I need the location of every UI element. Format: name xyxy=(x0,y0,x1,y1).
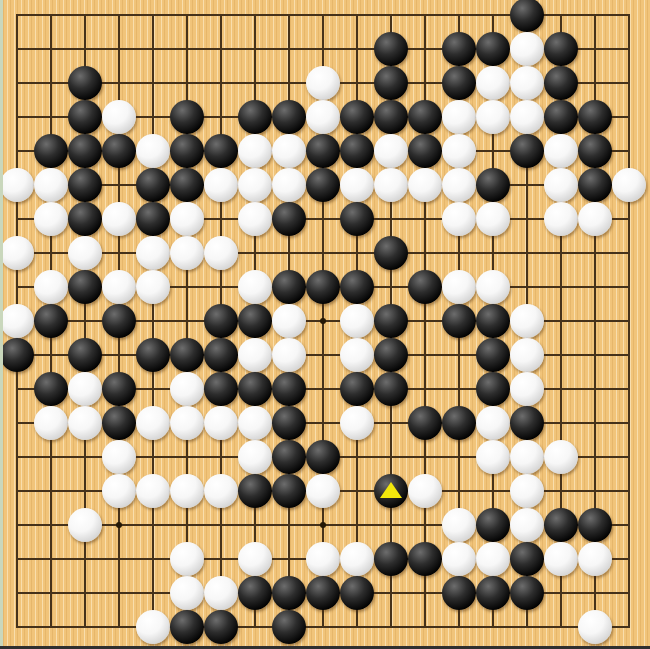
board-intersection[interactable] xyxy=(102,270,136,304)
board-intersection[interactable] xyxy=(272,202,306,236)
board-intersection[interactable] xyxy=(204,66,238,100)
board-intersection[interactable] xyxy=(102,134,136,168)
board-intersection[interactable] xyxy=(578,576,612,610)
board-intersection[interactable] xyxy=(374,134,408,168)
board-intersection[interactable] xyxy=(68,134,102,168)
board-intersection[interactable] xyxy=(204,0,238,32)
board-intersection[interactable] xyxy=(272,338,306,372)
board-intersection[interactable] xyxy=(0,0,34,32)
board-intersection[interactable] xyxy=(442,168,476,202)
board-intersection[interactable] xyxy=(408,0,442,32)
board-intersection[interactable] xyxy=(374,338,408,372)
board-intersection[interactable] xyxy=(442,406,476,440)
board-intersection[interactable] xyxy=(204,134,238,168)
board-intersection[interactable] xyxy=(476,576,510,610)
board-intersection[interactable] xyxy=(578,66,612,100)
board-intersection[interactable] xyxy=(612,542,646,576)
board-intersection[interactable] xyxy=(136,202,170,236)
board-intersection[interactable] xyxy=(0,372,34,406)
board-intersection[interactable] xyxy=(544,440,578,474)
board-intersection[interactable] xyxy=(544,134,578,168)
board-intersection[interactable] xyxy=(272,474,306,508)
board-intersection[interactable] xyxy=(34,100,68,134)
board-intersection[interactable] xyxy=(442,66,476,100)
board-intersection[interactable] xyxy=(204,270,238,304)
board-intersection[interactable] xyxy=(612,508,646,542)
board-intersection[interactable] xyxy=(272,270,306,304)
board-intersection[interactable] xyxy=(102,372,136,406)
board-intersection[interactable] xyxy=(68,542,102,576)
board-intersection[interactable] xyxy=(578,134,612,168)
board-intersection[interactable] xyxy=(136,474,170,508)
board-intersection[interactable] xyxy=(170,236,204,270)
board-intersection[interactable] xyxy=(442,474,476,508)
board-intersection[interactable] xyxy=(578,202,612,236)
board-intersection[interactable] xyxy=(306,372,340,406)
board-intersection[interactable] xyxy=(408,542,442,576)
board-intersection[interactable] xyxy=(408,338,442,372)
board-intersection[interactable] xyxy=(578,610,612,644)
board-intersection[interactable] xyxy=(0,474,34,508)
board-intersection[interactable] xyxy=(68,32,102,66)
board-intersection[interactable] xyxy=(102,236,136,270)
board-intersection[interactable] xyxy=(374,270,408,304)
board-intersection[interactable] xyxy=(408,202,442,236)
board-intersection[interactable] xyxy=(476,338,510,372)
board-intersection[interactable] xyxy=(476,202,510,236)
board-intersection[interactable] xyxy=(510,168,544,202)
board-intersection[interactable] xyxy=(408,134,442,168)
board-intersection[interactable] xyxy=(34,576,68,610)
board-intersection[interactable] xyxy=(306,236,340,270)
board-intersection[interactable] xyxy=(238,576,272,610)
board-intersection[interactable] xyxy=(272,576,306,610)
board-intersection[interactable] xyxy=(0,440,34,474)
board-intersection[interactable] xyxy=(510,236,544,270)
board-intersection[interactable] xyxy=(238,66,272,100)
board-intersection[interactable] xyxy=(68,202,102,236)
board-intersection[interactable] xyxy=(374,66,408,100)
board-intersection[interactable] xyxy=(544,406,578,440)
board-intersection[interactable] xyxy=(374,0,408,32)
board-intersection[interactable] xyxy=(476,66,510,100)
board-intersection[interactable] xyxy=(0,610,34,644)
board-intersection[interactable] xyxy=(442,100,476,134)
board-intersection[interactable] xyxy=(578,32,612,66)
board-intersection[interactable] xyxy=(102,202,136,236)
board-intersection[interactable] xyxy=(272,610,306,644)
board-intersection[interactable] xyxy=(510,66,544,100)
board-intersection[interactable] xyxy=(510,508,544,542)
board-intersection[interactable] xyxy=(408,508,442,542)
board-intersection[interactable] xyxy=(510,100,544,134)
board-intersection[interactable] xyxy=(272,508,306,542)
board-intersection[interactable] xyxy=(238,542,272,576)
board-intersection[interactable] xyxy=(612,474,646,508)
board-intersection[interactable] xyxy=(374,100,408,134)
board-intersection[interactable] xyxy=(68,610,102,644)
board-intersection[interactable] xyxy=(306,270,340,304)
board-intersection[interactable] xyxy=(612,0,646,32)
board-intersection[interactable] xyxy=(204,202,238,236)
board-intersection[interactable] xyxy=(340,202,374,236)
board-intersection[interactable] xyxy=(340,406,374,440)
board-intersection[interactable] xyxy=(476,440,510,474)
board-intersection[interactable] xyxy=(238,0,272,32)
board-intersection[interactable] xyxy=(68,508,102,542)
board-intersection[interactable] xyxy=(102,440,136,474)
board-intersection[interactable] xyxy=(510,134,544,168)
board-intersection[interactable] xyxy=(442,508,476,542)
board-intersection[interactable] xyxy=(136,100,170,134)
board-intersection[interactable] xyxy=(340,32,374,66)
board-intersection[interactable] xyxy=(544,32,578,66)
board-intersection[interactable] xyxy=(408,168,442,202)
board-intersection[interactable] xyxy=(442,32,476,66)
board-intersection[interactable] xyxy=(408,100,442,134)
board-intersection[interactable] xyxy=(170,610,204,644)
board-intersection[interactable] xyxy=(136,32,170,66)
board-intersection[interactable] xyxy=(510,32,544,66)
board-intersection[interactable] xyxy=(612,406,646,440)
board-intersection[interactable] xyxy=(612,236,646,270)
board-intersection[interactable] xyxy=(544,168,578,202)
board-intersection[interactable] xyxy=(476,270,510,304)
board-intersection[interactable] xyxy=(340,338,374,372)
board-intersection[interactable] xyxy=(544,508,578,542)
board-intersection[interactable] xyxy=(578,0,612,32)
board-intersection[interactable] xyxy=(544,236,578,270)
board-intersection[interactable] xyxy=(340,372,374,406)
board-intersection[interactable] xyxy=(476,542,510,576)
board-intersection[interactable] xyxy=(204,32,238,66)
board-intersection[interactable] xyxy=(68,372,102,406)
board-intersection[interactable] xyxy=(204,372,238,406)
board-intersection[interactable] xyxy=(170,508,204,542)
board-intersection[interactable] xyxy=(340,100,374,134)
board-intersection[interactable] xyxy=(238,474,272,508)
board-intersection[interactable] xyxy=(306,168,340,202)
board-intersection[interactable] xyxy=(408,66,442,100)
board-intersection[interactable] xyxy=(136,406,170,440)
board-intersection[interactable] xyxy=(306,576,340,610)
board-intersection[interactable] xyxy=(0,576,34,610)
board-intersection[interactable] xyxy=(408,610,442,644)
board-intersection[interactable] xyxy=(306,100,340,134)
board-intersection[interactable] xyxy=(68,338,102,372)
board-intersection[interactable] xyxy=(102,406,136,440)
board-intersection[interactable] xyxy=(442,542,476,576)
board-intersection[interactable] xyxy=(408,304,442,338)
board-intersection[interactable] xyxy=(102,100,136,134)
board-intersection[interactable] xyxy=(578,100,612,134)
board-intersection[interactable] xyxy=(272,542,306,576)
board-intersection[interactable] xyxy=(170,542,204,576)
board-intersection[interactable] xyxy=(544,270,578,304)
board-intersection[interactable] xyxy=(374,168,408,202)
board-intersection[interactable] xyxy=(340,304,374,338)
board-intersection[interactable] xyxy=(34,66,68,100)
board-intersection[interactable] xyxy=(510,372,544,406)
board-intersection[interactable] xyxy=(68,576,102,610)
board-intersection[interactable] xyxy=(102,168,136,202)
board-intersection[interactable] xyxy=(136,542,170,576)
board-intersection[interactable] xyxy=(612,270,646,304)
board-intersection[interactable] xyxy=(340,508,374,542)
board-intersection[interactable] xyxy=(544,202,578,236)
board-intersection[interactable] xyxy=(238,202,272,236)
board-intersection[interactable] xyxy=(340,236,374,270)
board-intersection[interactable] xyxy=(102,66,136,100)
board-intersection[interactable] xyxy=(136,236,170,270)
board-intersection[interactable] xyxy=(102,542,136,576)
board-intersection[interactable] xyxy=(510,542,544,576)
board-intersection[interactable] xyxy=(170,372,204,406)
board-intersection[interactable] xyxy=(578,440,612,474)
board-intersection[interactable] xyxy=(0,168,34,202)
board-intersection[interactable] xyxy=(510,440,544,474)
board-intersection[interactable] xyxy=(374,372,408,406)
board-intersection[interactable] xyxy=(102,304,136,338)
board-intersection[interactable] xyxy=(272,236,306,270)
board-intersection[interactable] xyxy=(0,270,34,304)
board-intersection[interactable] xyxy=(408,32,442,66)
board-intersection[interactable] xyxy=(272,134,306,168)
board-intersection[interactable] xyxy=(170,270,204,304)
board-intersection[interactable] xyxy=(612,66,646,100)
board-intersection[interactable] xyxy=(136,576,170,610)
board-intersection[interactable] xyxy=(272,168,306,202)
board-intersection[interactable] xyxy=(544,474,578,508)
board-intersection[interactable] xyxy=(408,576,442,610)
board-intersection[interactable] xyxy=(340,168,374,202)
board-intersection[interactable] xyxy=(340,440,374,474)
board-intersection[interactable] xyxy=(578,168,612,202)
board-intersection[interactable] xyxy=(578,304,612,338)
board-intersection[interactable] xyxy=(238,372,272,406)
board-intersection[interactable] xyxy=(238,406,272,440)
board-intersection[interactable] xyxy=(238,236,272,270)
board-intersection[interactable] xyxy=(238,100,272,134)
board-intersection[interactable] xyxy=(510,610,544,644)
board-intersection[interactable] xyxy=(204,542,238,576)
board-intersection[interactable] xyxy=(408,236,442,270)
board-intersection[interactable] xyxy=(68,100,102,134)
board-intersection[interactable] xyxy=(0,236,34,270)
board-intersection[interactable] xyxy=(340,66,374,100)
board-intersection[interactable] xyxy=(544,0,578,32)
board-intersection[interactable] xyxy=(306,134,340,168)
board-intersection[interactable] xyxy=(170,168,204,202)
board-intersection[interactable] xyxy=(170,202,204,236)
board-intersection[interactable] xyxy=(408,372,442,406)
board-intersection[interactable] xyxy=(340,542,374,576)
board-intersection[interactable] xyxy=(374,202,408,236)
board-intersection[interactable] xyxy=(544,304,578,338)
board-intersection[interactable] xyxy=(442,304,476,338)
board-intersection[interactable] xyxy=(102,0,136,32)
board-intersection[interactable] xyxy=(0,100,34,134)
board-intersection[interactable] xyxy=(374,508,408,542)
board-intersection[interactable] xyxy=(0,32,34,66)
board-intersection[interactable] xyxy=(204,610,238,644)
board-intersection[interactable] xyxy=(510,270,544,304)
board-intersection[interactable] xyxy=(442,202,476,236)
board-intersection[interactable] xyxy=(0,66,34,100)
board-intersection[interactable] xyxy=(272,372,306,406)
board-intersection[interactable] xyxy=(68,168,102,202)
board-intersection[interactable] xyxy=(442,576,476,610)
board-intersection[interactable] xyxy=(102,610,136,644)
board-intersection[interactable] xyxy=(510,576,544,610)
board-intersection[interactable] xyxy=(578,338,612,372)
board-intersection[interactable] xyxy=(68,66,102,100)
board-intersection[interactable] xyxy=(340,474,374,508)
board-intersection[interactable] xyxy=(34,32,68,66)
board-intersection[interactable] xyxy=(170,406,204,440)
board-intersection[interactable] xyxy=(544,338,578,372)
board-intersection[interactable] xyxy=(306,0,340,32)
board-intersection[interactable] xyxy=(272,440,306,474)
board-intersection[interactable] xyxy=(306,406,340,440)
board-intersection[interactable] xyxy=(34,542,68,576)
board-intersection[interactable] xyxy=(612,100,646,134)
board-intersection[interactable] xyxy=(272,304,306,338)
board-intersection[interactable] xyxy=(272,66,306,100)
board-intersection[interactable] xyxy=(204,100,238,134)
board-intersection[interactable] xyxy=(510,338,544,372)
board-intersection[interactable] xyxy=(68,0,102,32)
board-intersection[interactable] xyxy=(102,576,136,610)
board-intersection[interactable] xyxy=(544,610,578,644)
board-intersection[interactable] xyxy=(170,304,204,338)
board-intersection[interactable] xyxy=(136,134,170,168)
board-intersection[interactable] xyxy=(238,304,272,338)
board-intersection[interactable] xyxy=(306,440,340,474)
board-intersection[interactable] xyxy=(170,100,204,134)
board-intersection[interactable] xyxy=(68,270,102,304)
board-intersection[interactable] xyxy=(306,610,340,644)
board-intersection[interactable] xyxy=(442,270,476,304)
board-intersection[interactable] xyxy=(136,440,170,474)
board-intersection[interactable] xyxy=(306,338,340,372)
board-intersection[interactable] xyxy=(544,542,578,576)
board-intersection[interactable] xyxy=(0,304,34,338)
board-intersection[interactable] xyxy=(578,542,612,576)
board-intersection[interactable] xyxy=(170,32,204,66)
board-intersection[interactable] xyxy=(272,0,306,32)
board-intersection[interactable] xyxy=(374,610,408,644)
board-intersection[interactable] xyxy=(612,304,646,338)
board-intersection[interactable] xyxy=(238,270,272,304)
board-intersection[interactable] xyxy=(612,32,646,66)
board-intersection[interactable] xyxy=(136,66,170,100)
board-intersection[interactable] xyxy=(408,440,442,474)
board-intersection[interactable] xyxy=(34,440,68,474)
board-intersection[interactable] xyxy=(476,100,510,134)
board-intersection[interactable] xyxy=(0,508,34,542)
board-intersection[interactable] xyxy=(34,134,68,168)
board-intersection[interactable] xyxy=(204,440,238,474)
board-intersection[interactable] xyxy=(306,32,340,66)
board-intersection[interactable] xyxy=(34,508,68,542)
board-intersection[interactable] xyxy=(340,576,374,610)
board-intersection[interactable] xyxy=(476,0,510,32)
board-intersection[interactable] xyxy=(612,576,646,610)
board-intersection[interactable] xyxy=(0,406,34,440)
board-intersection[interactable] xyxy=(272,32,306,66)
board-intersection[interactable] xyxy=(68,304,102,338)
board-intersection[interactable] xyxy=(340,270,374,304)
board-intersection[interactable] xyxy=(34,0,68,32)
board-intersection[interactable] xyxy=(476,304,510,338)
board-intersection[interactable] xyxy=(204,338,238,372)
board-intersection[interactable] xyxy=(442,338,476,372)
board-intersection[interactable] xyxy=(476,372,510,406)
board-intersection[interactable] xyxy=(0,202,34,236)
board-intersection[interactable] xyxy=(612,168,646,202)
board-intersection[interactable] xyxy=(136,338,170,372)
board-intersection[interactable] xyxy=(170,338,204,372)
board-intersection[interactable] xyxy=(442,440,476,474)
board-intersection[interactable] xyxy=(612,202,646,236)
board-intersection[interactable] xyxy=(442,372,476,406)
board-intersection[interactable] xyxy=(170,474,204,508)
board-intersection[interactable] xyxy=(306,474,340,508)
board-intersection[interactable] xyxy=(510,0,544,32)
board-intersection[interactable] xyxy=(136,304,170,338)
board-intersection[interactable] xyxy=(136,610,170,644)
board-intersection[interactable] xyxy=(136,508,170,542)
board-intersection[interactable] xyxy=(272,100,306,134)
board-intersection[interactable] xyxy=(238,338,272,372)
board-intersection[interactable] xyxy=(136,0,170,32)
board-intersection[interactable] xyxy=(34,406,68,440)
board-intersection[interactable] xyxy=(204,508,238,542)
board-intersection[interactable] xyxy=(238,32,272,66)
board-intersection[interactable] xyxy=(578,372,612,406)
board-intersection[interactable] xyxy=(102,32,136,66)
board-intersection[interactable] xyxy=(408,474,442,508)
board-intersection[interactable] xyxy=(204,168,238,202)
board-intersection[interactable] xyxy=(408,270,442,304)
board-intersection[interactable] xyxy=(238,610,272,644)
board-intersection[interactable] xyxy=(170,576,204,610)
go-board[interactable] xyxy=(0,0,646,644)
board-intersection[interactable] xyxy=(306,202,340,236)
board-intersection[interactable] xyxy=(34,168,68,202)
board-intersection[interactable] xyxy=(68,474,102,508)
board-intersection[interactable] xyxy=(374,440,408,474)
board-intersection[interactable] xyxy=(374,474,408,508)
board-intersection[interactable] xyxy=(170,440,204,474)
board-intersection[interactable] xyxy=(612,372,646,406)
board-intersection[interactable] xyxy=(476,474,510,508)
board-intersection[interactable] xyxy=(510,304,544,338)
board-intersection[interactable] xyxy=(476,508,510,542)
board-intersection[interactable] xyxy=(34,338,68,372)
board-intersection[interactable] xyxy=(170,0,204,32)
board-intersection[interactable] xyxy=(0,542,34,576)
board-intersection[interactable] xyxy=(578,406,612,440)
board-intersection[interactable] xyxy=(204,576,238,610)
board-intersection[interactable] xyxy=(476,406,510,440)
board-intersection[interactable] xyxy=(102,508,136,542)
board-intersection[interactable] xyxy=(578,236,612,270)
board-intersection[interactable] xyxy=(442,0,476,32)
board-intersection[interactable] xyxy=(34,372,68,406)
board-intersection[interactable] xyxy=(408,406,442,440)
